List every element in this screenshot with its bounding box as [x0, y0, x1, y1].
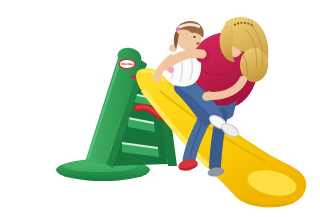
little-tikes-logo-text: little tikes: [121, 63, 134, 66]
child-headband-flower: [176, 27, 180, 31]
red-rivet: [131, 75, 136, 80]
product-photo-canvas: little tikes: [40, 16, 320, 217]
product-photo: little tikes: [40, 16, 320, 217]
little-tikes-logo: little tikes: [119, 59, 135, 68]
pink-toy: [168, 67, 174, 73]
child-hand-on-slide: [153, 74, 161, 82]
child-eye: [193, 36, 195, 38]
child-mouth: [196, 42, 200, 45]
